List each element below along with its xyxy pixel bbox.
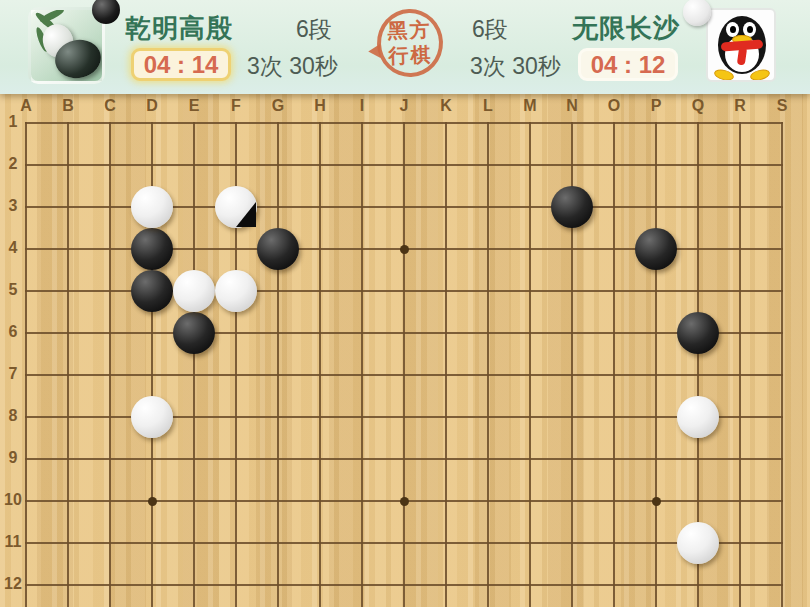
column-label-E: E (182, 97, 206, 115)
grid-line-vertical-C (109, 122, 111, 607)
turn-indicator-stamp: 黑方 行棋 (376, 8, 444, 78)
match-info-bar: 乾明高殷 6段 04 : 14 3次 30秒 黑方 行棋 6段 3次 30秒 无… (0, 0, 810, 94)
grid-line-vertical-S (781, 122, 783, 607)
grid-line-vertical-E (193, 122, 195, 607)
row-label-1: 1 (1, 113, 25, 131)
row-label-8: 8 (1, 407, 25, 425)
column-label-L: L (476, 97, 500, 115)
black-player-clock: 04 : 14 (131, 48, 231, 81)
black-stone-N3 (551, 186, 593, 228)
black-stone-D4 (131, 228, 173, 270)
row-label-6: 6 (1, 323, 25, 341)
row-label-7: 7 (1, 365, 25, 383)
white-player-byoyomi: 3次 30秒 (470, 51, 561, 82)
white-stone-D8 (131, 396, 173, 438)
grid-line-horizontal-12 (25, 584, 783, 586)
white-stone-E5 (173, 270, 215, 312)
black-stone-Q6 (677, 312, 719, 354)
row-label-9: 9 (1, 449, 25, 467)
last-move-triangle-marker (236, 202, 256, 227)
grid-line-vertical-O (613, 122, 615, 607)
column-label-C: C (98, 97, 122, 115)
grid-line-horizontal-9 (25, 458, 783, 460)
black-stone-badge (92, 0, 120, 24)
go-board[interactable]: ABCDEFGHIJKLMNOPQRS123456789101112 (0, 94, 810, 607)
grid-line-horizontal-2 (25, 164, 783, 166)
grid-line-vertical-M (529, 122, 531, 607)
go-app-screen: ABCDEFGHIJKLMNOPQRS123456789101112 乾明高殷 … (0, 0, 810, 607)
column-label-D: D (140, 97, 164, 115)
white-stone-F5 (215, 270, 257, 312)
grid-line-vertical-G (277, 122, 279, 607)
column-label-B: B (56, 97, 80, 115)
white-player-avatar[interactable] (706, 8, 776, 82)
grid-line-vertical-L (487, 122, 489, 607)
column-label-K: K (434, 97, 458, 115)
grid-line-vertical-I (361, 122, 363, 607)
grid-line-vertical-H (319, 122, 321, 607)
grid-line-horizontal-6 (25, 332, 783, 334)
black-player-byoyomi: 3次 30秒 (247, 51, 338, 82)
column-label-H: H (308, 97, 332, 115)
stamp-text-line2: 行棋 (388, 42, 433, 69)
column-label-M: M (518, 97, 542, 115)
grid-line-vertical-A (25, 122, 27, 607)
black-player-name: 乾明高殷 (125, 11, 233, 46)
white-stone-D3 (131, 186, 173, 228)
row-label-11: 11 (1, 533, 25, 551)
row-label-3: 3 (1, 197, 25, 215)
column-label-Q: Q (686, 97, 710, 115)
grid-line-vertical-B (67, 122, 69, 607)
grid-line-horizontal-1 (25, 122, 783, 124)
white-player-name: 无限长沙 (572, 11, 680, 46)
stamp-text-line1: 黑方 (387, 17, 432, 44)
grid-line-vertical-R (739, 122, 741, 607)
stamp-tail-pointer (368, 44, 380, 58)
column-label-P: P (644, 97, 668, 115)
white-player-clock: 04 : 12 (578, 48, 678, 81)
star-point-J4 (400, 245, 409, 254)
white-player-rank: 6段 (472, 14, 508, 45)
black-player-avatar[interactable] (28, 7, 105, 84)
black-player-rank: 6段 (296, 14, 332, 45)
row-label-2: 2 (1, 155, 25, 173)
grid-line-horizontal-11 (25, 542, 783, 544)
star-point-D10 (148, 497, 157, 506)
grid-line-horizontal-7 (25, 374, 783, 376)
row-label-4: 4 (1, 239, 25, 257)
column-label-N: N (560, 97, 584, 115)
white-stone-F3 (215, 186, 257, 228)
column-label-G: G (266, 97, 290, 115)
black-stone-G4 (257, 228, 299, 270)
qq-penguin-icon (708, 10, 774, 80)
black-stone-P4 (635, 228, 677, 270)
column-label-I: I (350, 97, 374, 115)
star-point-J10 (400, 497, 409, 506)
row-label-5: 5 (1, 281, 25, 299)
column-label-S: S (770, 97, 794, 115)
column-label-O: O (602, 97, 626, 115)
grid-line-vertical-P (655, 122, 657, 607)
column-label-R: R (728, 97, 752, 115)
row-label-12: 12 (1, 575, 25, 593)
black-stone-E6 (173, 312, 215, 354)
black-stone-D5 (131, 270, 173, 312)
row-label-10: 10 (1, 491, 25, 509)
white-stone-Q11 (677, 522, 719, 564)
star-point-P10 (652, 497, 661, 506)
grid-line-vertical-K (445, 122, 447, 607)
grid-line-vertical-J (403, 122, 405, 607)
column-label-J: J (392, 97, 416, 115)
white-stone-Q8 (677, 396, 719, 438)
column-label-F: F (224, 97, 248, 115)
